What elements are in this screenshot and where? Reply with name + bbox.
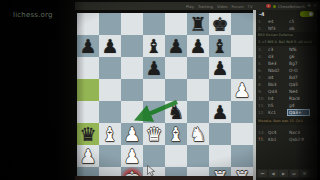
square-g3[interactable] bbox=[209, 123, 231, 145]
last-move-button[interactable]: ⏭ bbox=[290, 170, 299, 177]
move-list: 3.c3Nf64.d3g65.Be3Bg76.Nbd2O-O7.d4Bd78.B… bbox=[256, 46, 317, 118]
square-h6[interactable] bbox=[231, 57, 253, 79]
black-rook-f8[interactable]: ♜ bbox=[187, 13, 209, 35]
move[interactable]: Bd7 bbox=[288, 75, 309, 80]
black-pawn-f7[interactable]: ♟ bbox=[187, 35, 209, 57]
move-number: 10. bbox=[258, 96, 267, 101]
nav-menu-item[interactable]: Play bbox=[186, 4, 194, 9]
black-pawn-g4[interactable]: ♟ bbox=[209, 101, 231, 123]
chess-board: ♜♚♟♟♝♟♟♝♟♟♟♞♟♛♝♟♛♝♞♟♟♚♜♜ bbox=[77, 13, 253, 180]
variation-moves: 13.Qc4Nxc314.Kb1Qxb2# bbox=[256, 129, 317, 143]
move-row: 9.Qd3Ne4 bbox=[256, 88, 317, 95]
square-c4[interactable] bbox=[121, 101, 143, 123]
move[interactable]: d6 bbox=[288, 26, 309, 31]
move-row: 1.e4c5 bbox=[256, 18, 317, 25]
move[interactable]: Rac8 bbox=[288, 96, 309, 101]
white-knight-f3[interactable]: ♞ bbox=[187, 123, 209, 145]
square-d8[interactable] bbox=[143, 13, 165, 35]
move[interactable]: Ne4 bbox=[288, 89, 309, 94]
black-pawn-g6[interactable]: ♟ bbox=[209, 57, 231, 79]
move-row: 5.Be3Bg7 bbox=[256, 60, 317, 67]
move[interactable]: c3 bbox=[267, 47, 288, 52]
move-row: 14.Kb1Qxb2# bbox=[256, 136, 317, 143]
top-navbar: PlayTrainingVideoForumTV 1 ChessNetwork … bbox=[75, 2, 320, 10]
move-number: 7. bbox=[258, 75, 267, 80]
move-row: 2.Nf3d6 bbox=[256, 25, 317, 32]
square-c8[interactable] bbox=[121, 13, 143, 35]
black-pawn-e7[interactable]: ♟ bbox=[165, 35, 187, 57]
move-comment: Mistake. Best was 13. Qc4. bbox=[256, 118, 317, 125]
nav-menu-item[interactable]: Video bbox=[217, 4, 228, 9]
move-row: 11.h5g4 bbox=[256, 102, 317, 109]
nav-menu-item[interactable]: Forum bbox=[232, 4, 244, 9]
challenge-icon[interactable]: ✚ bbox=[307, 3, 311, 9]
opening-name: B50 Sicilian Defense bbox=[256, 32, 317, 39]
square-e6[interactable] bbox=[165, 57, 187, 79]
square-d5[interactable] bbox=[143, 79, 165, 101]
move-number: 3. bbox=[258, 47, 267, 52]
next-move-button[interactable]: ▶ bbox=[279, 170, 288, 177]
square-b2[interactable] bbox=[99, 145, 121, 167]
square-a6[interactable] bbox=[77, 57, 99, 79]
variation-preview: 3. c3 Nf6 4. Be2 Nc6 5. d4 cxd4 bbox=[256, 39, 317, 46]
black-pawn-d6[interactable]: ♟ bbox=[143, 57, 165, 79]
move[interactable]: Bb3 bbox=[267, 82, 288, 87]
move-number: 12. bbox=[258, 110, 267, 115]
white-pawn-h5[interactable]: ♟ bbox=[231, 79, 253, 101]
black-pawn-a7[interactable]: ♟ bbox=[77, 35, 99, 57]
gear-icon[interactable]: ⚙ bbox=[313, 3, 317, 9]
menu-button[interactable]: ☰ bbox=[300, 170, 309, 177]
move[interactable]: Kb1 bbox=[267, 137, 288, 142]
move[interactable]: Qd3 bbox=[267, 89, 288, 94]
move-number: 1. bbox=[258, 19, 267, 24]
black-knight-e4[interactable]: ♞ bbox=[165, 101, 187, 123]
square-f2[interactable] bbox=[187, 145, 209, 167]
move-row: 8.Bb3Qa5 bbox=[256, 81, 317, 88]
square-d2[interactable] bbox=[143, 145, 165, 167]
white-bishop-b3[interactable]: ♝ bbox=[99, 123, 121, 145]
move[interactable]: Be3 bbox=[267, 61, 288, 66]
move-number: 6. bbox=[258, 68, 267, 73]
white-bishop-e3[interactable]: ♝ bbox=[165, 123, 187, 145]
move[interactable]: Qc4 bbox=[267, 130, 288, 135]
engine-row: -4 bbox=[256, 10, 317, 18]
analysis-panel: -4 1.e4c52.Nf3d6 B50 Sicilian Defense 3.… bbox=[256, 10, 317, 180]
move-row: 10.h4Rac8 bbox=[256, 95, 317, 102]
move[interactable]: g4 bbox=[288, 103, 309, 108]
move-number: 11. bbox=[258, 103, 267, 108]
black-queen-a3[interactable]: ♛ bbox=[77, 123, 99, 145]
move[interactable]: h5 bbox=[267, 103, 288, 108]
bottom-strip bbox=[75, 176, 255, 180]
move[interactable]: Bg7 bbox=[288, 61, 309, 66]
square-h3[interactable] bbox=[231, 123, 253, 145]
first-move-button[interactable]: ⏮ bbox=[258, 170, 267, 177]
username[interactable]: ChessNetwork bbox=[278, 4, 305, 9]
playback-controls: ⏮◀▶⏭☰ bbox=[256, 169, 317, 178]
move[interactable]: c5 bbox=[288, 19, 309, 24]
white-pawn-c2[interactable]: ♟ bbox=[121, 145, 143, 167]
move[interactable]: Qxb2# bbox=[288, 137, 309, 142]
nav-menu-item[interactable]: Training bbox=[198, 4, 213, 9]
last-move-highlight bbox=[77, 79, 99, 101]
move[interactable]: d3 bbox=[267, 54, 288, 59]
prev-move-button[interactable]: ◀ bbox=[269, 170, 278, 177]
move-row: 6.Nbd2O-O bbox=[256, 67, 317, 74]
nav-menu-item[interactable]: TV bbox=[248, 4, 253, 9]
square-f4[interactable] bbox=[187, 101, 209, 123]
square-h8[interactable] bbox=[231, 13, 253, 35]
square-c7[interactable] bbox=[121, 35, 143, 57]
move-number: 8. bbox=[258, 82, 267, 87]
white-pawn-c3[interactable]: ♟ bbox=[121, 123, 143, 145]
page: PlayTrainingVideoForumTV 1 ChessNetwork … bbox=[0, 0, 320, 180]
square-b5[interactable] bbox=[99, 79, 121, 101]
move-row: 12.Kc1Qa3+ bbox=[256, 109, 317, 116]
move[interactable]: Nxc3 bbox=[288, 130, 309, 135]
move-row: 13.Qc4Nxc3 bbox=[256, 129, 317, 136]
move-row: 7.d4Bd7 bbox=[256, 74, 317, 81]
square-b8[interactable] bbox=[99, 13, 121, 35]
move[interactable]: d4 bbox=[267, 75, 288, 80]
square-e5[interactable] bbox=[165, 79, 187, 101]
move-number: 13. bbox=[258, 130, 267, 135]
nav-right: 1 ChessNetwork ✚ ⚙ bbox=[266, 3, 317, 9]
white-queen-d3[interactable]: ♛ bbox=[143, 123, 165, 145]
online-dot-icon bbox=[273, 5, 276, 8]
move[interactable]: g6 bbox=[288, 54, 309, 59]
engine-toggle[interactable] bbox=[300, 11, 314, 17]
move[interactable]: Qa5 bbox=[288, 82, 309, 87]
move[interactable]: Nf3 bbox=[267, 26, 288, 31]
move-number: 14. bbox=[258, 137, 267, 142]
square-b6[interactable] bbox=[99, 57, 121, 79]
move-number: 2. bbox=[258, 26, 267, 31]
notification-badge[interactable]: 1 bbox=[266, 4, 271, 8]
square-c6[interactable] bbox=[121, 57, 143, 79]
square-g2[interactable] bbox=[209, 145, 231, 167]
move[interactable]: O-O bbox=[288, 68, 309, 73]
black-bishop-d7[interactable]: ♝ bbox=[143, 35, 165, 57]
toggle-knob-icon bbox=[309, 12, 313, 16]
square-f5[interactable] bbox=[187, 79, 209, 101]
black-king-g8[interactable]: ♚ bbox=[209, 13, 231, 35]
square-c5[interactable] bbox=[121, 79, 143, 101]
move-row: 3.c3Nf6 bbox=[256, 46, 317, 53]
black-bishop-g7[interactable]: ♝ bbox=[209, 35, 231, 57]
square-g5[interactable] bbox=[209, 79, 231, 101]
move[interactable]: e4 bbox=[267, 19, 288, 24]
square-h7[interactable] bbox=[231, 35, 253, 57]
square-f6[interactable] bbox=[187, 57, 209, 79]
lichess-logo[interactable]: lichess.org bbox=[13, 11, 53, 19]
move-number: 9. bbox=[258, 89, 267, 94]
move-row: 4.d3g6 bbox=[256, 53, 317, 60]
move[interactable]: Qa3+ bbox=[288, 110, 309, 115]
square-a8[interactable] bbox=[77, 13, 99, 35]
mouse-cursor bbox=[147, 165, 156, 177]
square-a4[interactable] bbox=[77, 101, 99, 123]
square-a5[interactable] bbox=[77, 79, 99, 101]
move[interactable]: Nf6 bbox=[288, 47, 309, 52]
square-h4[interactable] bbox=[231, 101, 253, 123]
square-e2[interactable] bbox=[165, 145, 187, 167]
black-pawn-b7[interactable]: ♟ bbox=[99, 35, 121, 57]
square-e8[interactable] bbox=[165, 13, 187, 35]
move-list-top: 1.e4c52.Nf3d6 bbox=[256, 18, 317, 32]
move[interactable]: Kc1 bbox=[267, 110, 288, 115]
square-d4[interactable] bbox=[143, 101, 165, 123]
move[interactable]: Nbd2 bbox=[267, 68, 288, 73]
square-b4[interactable] bbox=[99, 101, 121, 123]
eval-score: -4 bbox=[259, 11, 265, 17]
move-number: 4. bbox=[258, 54, 267, 59]
square-h2[interactable] bbox=[231, 145, 253, 167]
move[interactable]: h4 bbox=[267, 96, 288, 101]
nav-menu: PlayTrainingVideoForumTV bbox=[186, 4, 253, 9]
white-pawn-a2[interactable]: ♟ bbox=[77, 145, 99, 167]
move-number: 5. bbox=[258, 61, 267, 66]
